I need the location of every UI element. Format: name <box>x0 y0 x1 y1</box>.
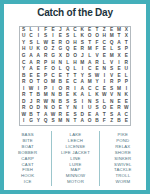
grid-cell: A <box>79 118 86 125</box>
grid-cell: F <box>101 118 108 125</box>
grid-cell: G <box>27 118 34 125</box>
grid-cell: S <box>49 118 56 125</box>
puzzle-title: Catch of the Day <box>4 7 146 18</box>
grid-cell: O <box>86 118 93 125</box>
grid-cell: Y <box>35 118 42 125</box>
grid-cell: N <box>64 118 71 125</box>
grid-cell: E <box>123 118 130 125</box>
word-list-item: WORM <box>100 179 146 185</box>
grid-cell: I <box>20 118 27 125</box>
word-search-grid: SLIFEJACKETZEMXUCISIESLKOOHMTXYSLWEROHST… <box>19 26 131 126</box>
word-list-column-2: LAKELEECHLICENSELIFE JACKETLINELUREMAPMI… <box>51 131 98 186</box>
grid-cell: B <box>115 118 122 125</box>
word-list: BASSBITEBOATBOBBERCARPCASTFISHHOOKICE LA… <box>4 131 146 186</box>
word-list-item: ICE <box>4 179 51 185</box>
word-list-column-1: BASSBITEBOATBOBBERCARPCASTFISHHOOKICE <box>4 131 51 186</box>
grid-cell: Z <box>108 118 115 125</box>
grid-cell: Q <box>42 118 49 125</box>
grid-cell: M <box>57 118 64 125</box>
grid-cell: B <box>93 118 100 125</box>
grid-cell: T <box>71 118 78 125</box>
word-list-item: MOTOR <box>52 179 98 185</box>
puzzle-card: Catch of the Day SLIFEJACKETZEMXUCISIESL… <box>0 0 150 194</box>
word-list-column-3: PIKEPONDRELAXSHORESINKERSWIVELTACKLETROL… <box>99 131 146 186</box>
